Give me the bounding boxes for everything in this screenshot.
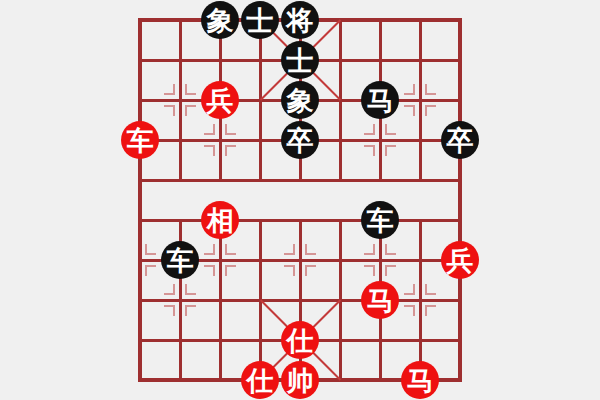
point-marker xyxy=(385,145,396,156)
grid-line xyxy=(179,20,182,180)
point-marker xyxy=(404,284,415,295)
xiangqi-board[interactable]: 象士将士兵象马车卒卒相车车兵马仕仕帅马 xyxy=(0,0,600,400)
point-marker xyxy=(225,265,236,276)
piece-black-advisor[interactable]: 士 xyxy=(281,41,319,79)
piece-black-elephant[interactable]: 象 xyxy=(201,1,239,39)
point-marker xyxy=(385,265,396,276)
piece-red-elephant[interactable]: 相 xyxy=(201,201,239,239)
point-marker xyxy=(164,105,175,116)
piece-black-soldier[interactable]: 卒 xyxy=(281,121,319,159)
grid-line xyxy=(219,220,222,380)
point-marker xyxy=(284,244,295,255)
point-marker xyxy=(185,105,196,116)
piece-black-advisor[interactable]: 士 xyxy=(241,1,279,39)
point-marker xyxy=(364,265,375,276)
point-marker xyxy=(404,105,415,116)
point-marker xyxy=(164,284,175,295)
piece-red-general[interactable]: 帅 xyxy=(281,361,319,399)
point-marker xyxy=(305,265,316,276)
point-marker xyxy=(185,84,196,95)
piece-red-advisor[interactable]: 仕 xyxy=(281,321,319,359)
point-marker xyxy=(164,84,175,95)
point-marker xyxy=(204,265,215,276)
point-marker xyxy=(225,145,236,156)
piece-black-soldier[interactable]: 卒 xyxy=(441,121,479,159)
piece-black-chariot[interactable]: 车 xyxy=(361,201,399,239)
point-marker xyxy=(284,265,295,276)
app-background: 象士将士兵象马车卒卒相车车兵马仕仕帅马 xyxy=(0,0,600,400)
point-marker xyxy=(364,145,375,156)
piece-red-chariot[interactable]: 车 xyxy=(121,121,159,159)
piece-red-advisor[interactable]: 仕 xyxy=(241,361,279,399)
piece-red-soldier[interactable]: 兵 xyxy=(441,241,479,279)
piece-black-chariot[interactable]: 车 xyxy=(161,241,199,279)
piece-red-horse[interactable]: 马 xyxy=(361,281,399,319)
piece-red-horse[interactable]: 马 xyxy=(401,361,439,399)
point-marker xyxy=(425,84,436,95)
point-marker xyxy=(404,84,415,95)
point-marker xyxy=(404,305,415,316)
point-marker xyxy=(145,265,156,276)
point-marker xyxy=(145,244,156,255)
piece-black-horse[interactable]: 马 xyxy=(361,81,399,119)
point-marker xyxy=(185,284,196,295)
grid-line xyxy=(419,20,422,180)
piece-red-soldier[interactable]: 兵 xyxy=(201,81,239,119)
point-marker xyxy=(225,124,236,135)
point-marker xyxy=(364,124,375,135)
piece-black-elephant[interactable]: 象 xyxy=(281,81,319,119)
grid-line xyxy=(419,220,422,380)
point-marker xyxy=(364,244,375,255)
piece-black-general[interactable]: 将 xyxy=(281,1,319,39)
point-marker xyxy=(185,305,196,316)
point-marker xyxy=(385,244,396,255)
point-marker xyxy=(425,284,436,295)
point-marker xyxy=(164,305,175,316)
point-marker xyxy=(204,244,215,255)
point-marker xyxy=(204,124,215,135)
point-marker xyxy=(204,145,215,156)
point-marker xyxy=(305,244,316,255)
point-marker xyxy=(385,124,396,135)
point-marker xyxy=(425,305,436,316)
point-marker xyxy=(425,105,436,116)
point-marker xyxy=(225,244,236,255)
